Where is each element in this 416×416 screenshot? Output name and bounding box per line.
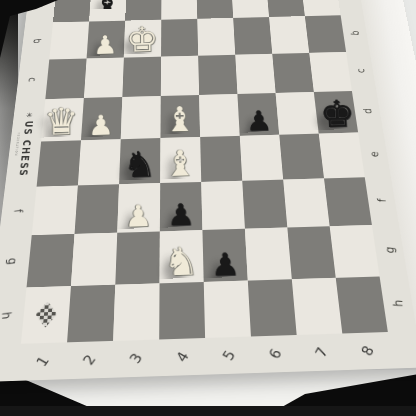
square-a2: ♝ (89, 0, 126, 22)
piece-black-pawn: ♟ (159, 199, 202, 230)
square-h6 (248, 279, 297, 336)
square-d6: ♟ (237, 93, 279, 136)
square-f1 (32, 185, 78, 235)
square-a3 (125, 0, 161, 21)
square-g4: ♞ (160, 230, 204, 283)
piece-white-pawn: ♟ (117, 200, 160, 231)
piece-white-bishop: ♝ (159, 146, 201, 182)
file-label-left: f (11, 208, 25, 213)
square-g1 (27, 234, 75, 288)
square-c4 (161, 56, 199, 96)
chess-board-grid: ♝♟♚♛♟♝♟♚♞♝♟♟♞♟ (21, 0, 388, 344)
square-e7 (279, 134, 324, 180)
square-b3: ♚ (124, 20, 161, 58)
square-c2 (84, 58, 124, 98)
square-e3: ♞ (119, 138, 160, 184)
rank-label-bottom: 2 (79, 352, 99, 368)
piece-white-pawn: ♟ (81, 111, 121, 139)
piece-black-pawn: ♟ (203, 248, 248, 280)
square-b8 (305, 15, 346, 53)
file-label-right: f (375, 198, 388, 202)
file-label-right: b (349, 30, 361, 35)
square-g3 (115, 231, 160, 284)
piece-black-knight: ♞ (119, 147, 161, 183)
square-e6 (240, 135, 283, 181)
file-label-right: c (355, 68, 367, 73)
file-label-right: h (391, 299, 406, 307)
file-label-left: b (31, 38, 43, 44)
square-a8 (301, 0, 341, 16)
square-f7 (283, 178, 329, 227)
square-f8 (324, 177, 372, 226)
vinyl-board-sheet: ✳ US CHESS FEDERATION abcfgh ♝♟♚♛♟♝♟♚♞♝♟… (0, 0, 416, 382)
square-g2 (71, 233, 117, 286)
square-h7 (292, 278, 342, 335)
file-label-left: g (5, 257, 19, 265)
square-e8 (319, 133, 365, 179)
square-c3 (122, 57, 161, 97)
rank-label-bottom: 7 (311, 344, 331, 360)
square-b5 (197, 18, 235, 56)
file-label-right: e (368, 151, 381, 157)
square-b7 (269, 16, 309, 54)
rank-label-bottom: 8 (357, 343, 377, 359)
square-f3: ♟ (117, 183, 160, 233)
square-a5 (196, 0, 233, 19)
file-label-left: c (27, 77, 39, 83)
square-f4: ♟ (160, 182, 203, 231)
square-g8 (330, 225, 380, 278)
file-label-right: d (361, 108, 374, 114)
file-label-right: g (382, 246, 396, 253)
square-b2: ♟ (87, 21, 126, 59)
piece-white-queen: ♛ (41, 102, 81, 140)
chess-board-photo: ✳ US CHESS FEDERATION abcfgh ♝♟♚♛♟♝♟♚♞♝♟… (0, 0, 416, 416)
square-c8 (309, 52, 352, 92)
square-d5 (199, 94, 240, 137)
piece-black-pawn: ♟ (239, 107, 279, 135)
square-d2: ♟ (81, 97, 122, 140)
us-chess-corner-logo (35, 301, 58, 328)
square-e4: ♝ (160, 137, 201, 183)
square-d7 (276, 92, 319, 135)
square-c1 (45, 59, 86, 100)
square-d3 (121, 96, 161, 139)
piece-white-bishop: ♝ (160, 102, 200, 137)
piece-black-bishop: ♝ (89, 0, 125, 21)
square-c6 (235, 54, 275, 94)
square-b6 (233, 17, 272, 55)
rank-label-bottom: 3 (126, 350, 146, 366)
square-g7 (287, 226, 335, 279)
square-f2 (75, 184, 120, 234)
piece-black-king: ♚ (317, 95, 358, 133)
square-h5 (204, 281, 251, 338)
file-label-left: h (0, 311, 14, 320)
square-h2 (67, 285, 115, 343)
square-d1: ♛ (41, 98, 84, 141)
square-a4 (161, 0, 197, 20)
square-c7 (272, 53, 314, 93)
square-h3 (113, 283, 159, 341)
square-a6 (231, 0, 269, 18)
rank-label-bottom: 5 (219, 347, 239, 363)
square-g5: ♟ (202, 229, 247, 282)
square-h1 (21, 286, 71, 344)
square-c5 (198, 55, 237, 95)
piece-white-pawn: ♟ (86, 32, 123, 58)
square-d8: ♚ (314, 91, 358, 134)
image-bottom-shadow (0, 406, 416, 416)
rank-label-bottom: 4 (172, 349, 192, 365)
rank-label-bottom: 6 (265, 346, 285, 362)
square-e2 (78, 139, 121, 185)
square-f5 (201, 181, 245, 230)
square-a7 (266, 0, 305, 17)
rank-label-bottom: 1 (32, 353, 52, 369)
piece-white-king: ♚ (123, 22, 161, 57)
square-f6 (242, 180, 287, 229)
square-d4: ♝ (161, 95, 201, 138)
piece-white-knight: ♞ (159, 242, 204, 282)
square-h4 (159, 282, 205, 339)
square-e1 (37, 140, 81, 186)
square-b4 (161, 19, 198, 57)
square-e5 (200, 136, 242, 182)
square-b1 (49, 22, 89, 60)
square-g6 (245, 228, 292, 281)
square-a1 (53, 0, 92, 22)
